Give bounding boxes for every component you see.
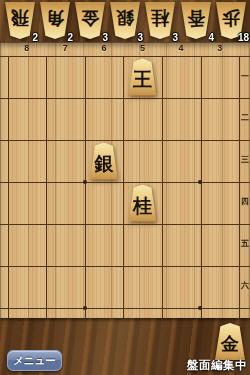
star-point bbox=[198, 306, 202, 310]
gold-kanji: 金 bbox=[81, 10, 99, 32]
piece-face: 香 bbox=[181, 2, 211, 39]
hand-piece-pawn[interactable]: 歩 18 bbox=[216, 2, 246, 39]
piece-face: 金 bbox=[215, 323, 245, 360]
rank-label-1: 一 bbox=[240, 73, 250, 81]
hand-piece-knight[interactable]: 桂 3 bbox=[145, 2, 175, 39]
file-label-3: 3 bbox=[217, 44, 222, 53]
hand-piece-gold[interactable]: 金 3 bbox=[75, 2, 105, 39]
file-label-4: 4 bbox=[179, 44, 184, 53]
file-label-7: 7 bbox=[63, 44, 68, 53]
mode-status-label: 盤面編集中 bbox=[187, 358, 247, 373]
hand-piece-gold-sente[interactable]: 金 bbox=[215, 323, 245, 360]
piece-face: 角 bbox=[40, 2, 70, 39]
menu-button[interactable]: メニュー bbox=[7, 350, 62, 371]
silver-kanji: 銀 bbox=[94, 150, 113, 173]
piece-face: 桂 bbox=[128, 185, 156, 222]
rank-label-2: 二 bbox=[240, 114, 250, 122]
rank-label-6: 六 bbox=[240, 282, 250, 290]
knight-kanji: 桂 bbox=[133, 192, 152, 215]
piece-face: 金 bbox=[75, 2, 105, 39]
gold-kanji: 金 bbox=[221, 331, 239, 353]
piece-face: 王 bbox=[128, 59, 156, 96]
rank-label-4: 四 bbox=[240, 198, 250, 206]
piece-face: 銀 bbox=[110, 2, 140, 39]
piece-face: 桂 bbox=[145, 2, 175, 39]
hand-piece-lance[interactable]: 香 4 bbox=[181, 2, 211, 39]
board-viewport: 王 銀 桂 8 7 6 5 4 3 一 二 三 四 五 六 bbox=[0, 42, 250, 318]
file-label-8: 8 bbox=[24, 44, 29, 53]
board-piece-king[interactable]: 王 bbox=[128, 59, 156, 96]
board-piece-silver[interactable]: 銀 bbox=[90, 143, 118, 180]
piece-face: 飛 bbox=[5, 2, 35, 39]
piece-face: 銀 bbox=[90, 143, 118, 180]
file-label-5: 5 bbox=[140, 44, 145, 53]
hand-piece-silver[interactable]: 銀 3 bbox=[110, 2, 140, 39]
knight-kanji: 桂 bbox=[151, 10, 169, 32]
bishop-kanji: 角 bbox=[46, 10, 64, 32]
pawn-kanji: 歩 bbox=[222, 10, 240, 32]
lance-kanji: 香 bbox=[187, 10, 205, 32]
star-point bbox=[83, 180, 87, 184]
silver-kanji: 銀 bbox=[116, 10, 134, 32]
king-kanji: 王 bbox=[133, 66, 152, 89]
menu-button-label: メニュー bbox=[13, 355, 56, 366]
hand-piece-rook[interactable]: 飛 2 bbox=[5, 2, 35, 39]
rook-kanji: 飛 bbox=[11, 10, 29, 32]
star-point bbox=[83, 306, 87, 310]
shogi-board[interactable]: 王 銀 桂 bbox=[0, 56, 250, 318]
rank-label-5: 五 bbox=[240, 240, 250, 248]
hand-piece-bishop[interactable]: 角 2 bbox=[40, 2, 70, 39]
shogi-board-editor-screen: 飛 2 角 2 金 3 銀 3 桂 3 香 4 歩 18 bbox=[0, 0, 250, 375]
board-piece-knight[interactable]: 桂 bbox=[128, 185, 156, 222]
star-point bbox=[198, 180, 202, 184]
file-label-6: 6 bbox=[101, 44, 106, 53]
rank-label-3: 三 bbox=[240, 156, 250, 164]
